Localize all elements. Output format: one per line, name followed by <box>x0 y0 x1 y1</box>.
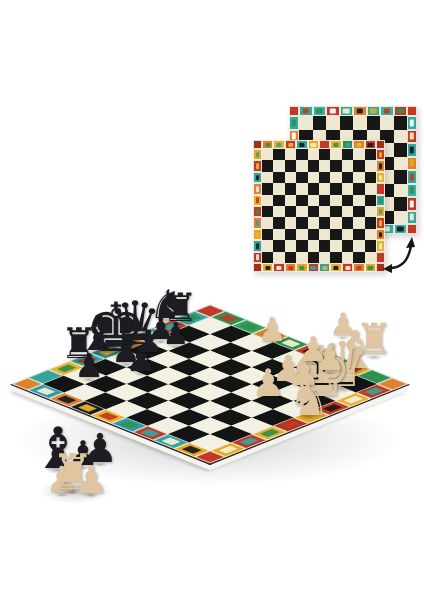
border-figure <box>397 227 403 232</box>
border-panel-illustration <box>376 172 385 183</box>
border-figure <box>410 146 414 153</box>
board-square <box>273 206 284 217</box>
border-figure <box>356 142 361 146</box>
border-panel-illustration <box>340 106 354 116</box>
border-figure <box>303 109 309 114</box>
board-square <box>342 217 353 228</box>
border-figure <box>292 133 296 140</box>
board-square <box>262 229 273 240</box>
board-square <box>319 206 330 217</box>
border-panel-illustration <box>308 263 319 272</box>
board-square <box>296 252 307 263</box>
border-figure <box>288 265 293 269</box>
board-square <box>342 183 353 194</box>
board-square <box>365 206 376 217</box>
piece-shadow <box>365 355 383 360</box>
border-panel-illustration <box>380 106 394 116</box>
border-panel-illustration <box>253 229 262 240</box>
border-panel-illustration <box>407 116 417 130</box>
border-panel-illustration <box>285 263 296 272</box>
board-square <box>313 116 327 130</box>
border-figure <box>36 387 55 395</box>
border-panel-illustration <box>365 263 376 272</box>
board-square <box>308 217 319 228</box>
border-panel-illustration <box>253 172 262 183</box>
border-figure <box>256 243 260 249</box>
border-panel-illustration <box>326 106 340 116</box>
border-figure <box>322 265 327 269</box>
board-square <box>342 195 353 206</box>
board-square <box>285 183 296 194</box>
border-panel-illustration <box>407 184 417 198</box>
board-square <box>308 195 319 206</box>
board-square <box>273 240 284 251</box>
board-square <box>262 195 273 206</box>
border-figure <box>316 109 322 114</box>
border-figure <box>330 109 336 114</box>
border-panel-illustration <box>407 211 417 225</box>
board-square <box>340 116 354 130</box>
border-figure <box>265 265 270 269</box>
border-figure <box>311 142 316 146</box>
border-panel-illustration <box>376 206 385 217</box>
board-square <box>296 183 307 194</box>
board-square <box>365 172 376 183</box>
board-square <box>285 195 296 206</box>
board-square <box>330 172 341 183</box>
board-square <box>394 197 408 211</box>
border-figure <box>410 160 414 167</box>
offboard-pieces-group: ♝♟♟♟♜♟ <box>0 0 424 600</box>
board-square <box>394 157 408 171</box>
white-pieces-group: ♟♟♜♝♛♚♟♟♞♟♟♟ <box>0 0 424 600</box>
board-square <box>330 206 341 217</box>
board-square <box>367 116 381 130</box>
board-square <box>273 160 284 171</box>
border-figure <box>311 265 316 269</box>
board-square <box>394 130 408 144</box>
pawn-glyph: ♟ <box>329 309 357 340</box>
board-square <box>262 252 273 263</box>
board-square <box>365 149 376 160</box>
board-square <box>308 240 319 251</box>
border-figure <box>379 209 383 215</box>
border-panel-illustration <box>285 140 296 149</box>
board-square <box>319 183 330 194</box>
flip-arrow-icon <box>383 237 423 277</box>
board-square <box>296 206 307 217</box>
board-square <box>308 252 319 263</box>
border-figure <box>299 142 304 146</box>
board-square <box>296 149 307 160</box>
board-square <box>342 229 353 240</box>
border-figure <box>256 220 260 226</box>
board-square <box>326 116 340 130</box>
board-square <box>273 172 284 183</box>
border-figure <box>368 142 373 146</box>
board-square <box>273 195 284 206</box>
border-panel-illustration <box>308 140 319 149</box>
border-figure <box>256 198 260 204</box>
board-square <box>342 240 353 251</box>
board-square <box>296 240 307 251</box>
board-square <box>394 143 408 157</box>
flip-board-checkers-side <box>253 140 385 272</box>
board-square <box>353 195 364 206</box>
border-panel-illustration <box>262 263 273 272</box>
border-corner <box>253 140 262 149</box>
border-panel-illustration <box>376 183 385 194</box>
border-figure <box>410 214 414 221</box>
border-figure <box>410 133 414 140</box>
border-panel-illustration <box>262 140 273 149</box>
board-square <box>342 252 353 263</box>
border-figure <box>344 396 364 404</box>
border-figure <box>379 198 383 204</box>
board-square <box>319 217 330 228</box>
board-square <box>319 149 330 160</box>
border-figure <box>397 109 403 114</box>
border-figure <box>239 437 259 445</box>
board-square <box>296 160 307 171</box>
border-panel-illustration <box>296 140 307 149</box>
border-panel-illustration <box>289 116 299 130</box>
border-figure <box>120 421 139 429</box>
board-square <box>342 149 353 160</box>
border-edge-top <box>262 140 376 149</box>
border-figure <box>292 119 296 126</box>
rook-glyph: ♜ <box>355 318 394 361</box>
board-square <box>262 172 273 183</box>
board-square <box>262 160 273 171</box>
border-figure <box>256 255 260 261</box>
border-panel-illustration <box>376 149 385 160</box>
border-panel-illustration <box>407 143 417 157</box>
board-square <box>353 229 364 240</box>
board-square <box>262 217 273 228</box>
border-panel-illustration <box>353 140 364 149</box>
border-figure <box>322 142 327 146</box>
board-square <box>330 217 341 228</box>
board-square <box>394 211 408 225</box>
border-corner <box>253 263 262 272</box>
border-panel-illustration <box>376 160 385 171</box>
board-square <box>262 149 273 160</box>
border-figure <box>265 142 270 146</box>
board-square <box>330 252 341 263</box>
border-panel-illustration <box>342 263 353 272</box>
border-panel-illustration <box>407 130 417 144</box>
border-figure <box>379 243 383 249</box>
board-square <box>353 217 364 228</box>
border-figure <box>276 265 281 269</box>
border-figure <box>99 412 118 420</box>
border-figure <box>379 220 383 226</box>
board-square <box>319 252 330 263</box>
board-square <box>285 160 296 171</box>
board-square <box>365 252 376 263</box>
border-figure <box>345 142 350 146</box>
border-panel-illustration <box>253 217 262 228</box>
border-panel-illustration <box>353 263 364 272</box>
border-figure <box>299 265 304 269</box>
board-square <box>330 195 341 206</box>
border-figure <box>343 109 349 114</box>
board-square <box>330 183 341 194</box>
black-pieces-group: ♜♟♝♚♟♛♟♟♟♞♜♟ <box>0 0 424 600</box>
board-grid <box>262 149 376 263</box>
border-figure <box>410 119 414 126</box>
board-square <box>296 217 307 228</box>
board-square <box>330 229 341 240</box>
border-edge-top <box>299 106 407 116</box>
board-square <box>296 229 307 240</box>
board-square <box>273 229 284 240</box>
board-square <box>262 183 273 194</box>
board-square <box>394 170 408 184</box>
border-panel-illustration <box>253 149 262 160</box>
border-figure <box>379 255 383 261</box>
board-square <box>330 240 341 251</box>
board-square <box>365 160 376 171</box>
border-figure <box>384 109 390 114</box>
board-square <box>365 229 376 240</box>
board-square <box>330 149 341 160</box>
board-square <box>285 252 296 263</box>
border-panel-illustration <box>367 106 381 116</box>
border-panel-illustration <box>313 106 327 116</box>
border-panel-illustration <box>407 170 417 184</box>
board-square <box>285 217 296 228</box>
border-figure <box>410 173 414 180</box>
border-panel-illustration <box>253 206 262 217</box>
border-figure <box>281 421 301 429</box>
board-square <box>365 217 376 228</box>
board-square <box>353 172 364 183</box>
board-square <box>353 183 364 194</box>
border-figure <box>256 232 260 238</box>
border-figure <box>334 265 339 269</box>
board-square <box>285 229 296 240</box>
board-square <box>262 206 273 217</box>
board-square <box>273 252 284 263</box>
border-panel-illustration <box>253 160 262 171</box>
border-figure <box>302 412 322 420</box>
border-figure <box>256 163 260 169</box>
border-panel-illustration <box>365 140 376 149</box>
board-square <box>285 172 296 183</box>
border-edge-left <box>253 149 262 263</box>
border-figure <box>357 109 363 114</box>
border-panel-illustration <box>394 224 408 234</box>
border-panel-illustration <box>253 195 262 206</box>
border-figure <box>356 265 361 269</box>
border-figure <box>379 163 383 169</box>
board-square <box>308 183 319 194</box>
board-square <box>273 149 284 160</box>
border-figure <box>410 200 414 207</box>
board-square <box>285 240 296 251</box>
border-panel-illustration <box>319 140 330 149</box>
board-square <box>353 160 364 171</box>
border-figure <box>161 437 180 445</box>
board-square <box>319 195 330 206</box>
border-figure <box>276 142 281 146</box>
board-square <box>262 240 273 251</box>
border-figure <box>410 187 414 194</box>
border-panel-illustration <box>319 263 330 272</box>
board-square <box>319 229 330 240</box>
piece-shadow <box>337 336 350 340</box>
board-square <box>394 116 408 130</box>
border-corner <box>407 224 417 234</box>
board-square <box>353 206 364 217</box>
board-square <box>365 240 376 251</box>
board-square <box>308 149 319 160</box>
board-square <box>308 160 319 171</box>
board-square <box>308 229 319 240</box>
border-figure <box>379 232 383 238</box>
border-figure <box>182 446 201 454</box>
board-square <box>285 149 296 160</box>
board-square <box>308 206 319 217</box>
border-panel-illustration <box>273 140 284 149</box>
border-figure <box>288 142 293 146</box>
border-figure <box>256 175 260 181</box>
border-panel-illustration <box>376 217 385 228</box>
border-figure <box>379 175 383 181</box>
board-square <box>296 195 307 206</box>
border-panel-illustration <box>407 197 417 211</box>
board-square <box>342 172 353 183</box>
border-panel-illustration <box>342 140 353 149</box>
border-figure <box>256 209 260 215</box>
border-panel-illustration <box>407 157 417 171</box>
board-square <box>353 240 364 251</box>
board-square <box>299 116 313 130</box>
border-figure <box>323 404 343 412</box>
board-square <box>296 172 307 183</box>
border-panel-illustration <box>330 263 341 272</box>
board-square <box>308 172 319 183</box>
border-figure <box>345 265 350 269</box>
border-edge-right <box>407 116 417 224</box>
border-panel-illustration <box>299 106 313 116</box>
border-figure <box>256 152 260 158</box>
border-panel-illustration <box>296 263 307 272</box>
board-square <box>273 183 284 194</box>
border-panel-illustration <box>273 263 284 272</box>
border-figure <box>368 265 373 269</box>
border-figure <box>364 387 384 395</box>
border-figure <box>379 186 383 192</box>
border-panel-illustration <box>376 195 385 206</box>
border-corner <box>407 106 417 116</box>
border-figure <box>78 404 97 412</box>
offboard-pieces-cast-shadow <box>38 478 112 504</box>
border-panel-illustration <box>353 106 367 116</box>
board-square <box>330 160 341 171</box>
border-edge-bottom <box>262 263 376 272</box>
border-panel-illustration <box>330 140 341 149</box>
border-panel-illustration <box>253 252 262 263</box>
border-figure <box>370 109 376 114</box>
border-corner <box>376 140 385 149</box>
border-panel-illustration <box>394 106 408 116</box>
border-figure <box>379 152 383 158</box>
board-square <box>319 160 330 171</box>
border-figure <box>140 429 159 437</box>
board-square <box>342 160 353 171</box>
border-figure <box>334 142 339 146</box>
board-square <box>394 184 408 198</box>
board-square <box>353 149 364 160</box>
border-panel-illustration <box>253 240 262 251</box>
board-square <box>353 116 367 130</box>
board-square <box>365 183 376 194</box>
product-photo-scene: ♜♟♝♚♟♛♟♟♟♞♜♟ ♟♟♜♝♛♚♟♟♞♟♟♟ ♝♟♟♟♜♟ <box>0 0 424 600</box>
border-figure <box>256 186 260 192</box>
border-panel-illustration <box>253 183 262 194</box>
board-square <box>342 206 353 217</box>
border-figure <box>57 396 76 404</box>
board-square <box>365 195 376 206</box>
border-corner <box>289 106 299 116</box>
border-figure <box>218 446 238 454</box>
border-figure <box>260 429 280 437</box>
board-square <box>319 172 330 183</box>
board-square <box>380 116 394 130</box>
board-square <box>285 206 296 217</box>
board-square <box>273 217 284 228</box>
board-square <box>353 252 364 263</box>
board-square <box>319 240 330 251</box>
